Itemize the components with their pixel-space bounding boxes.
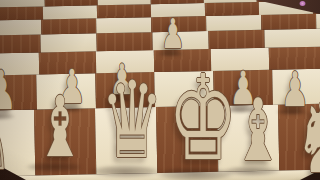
square-d4[interactable] bbox=[96, 32, 152, 51]
square-g5[interactable] bbox=[262, 14, 317, 30]
white-bishop-c1[interactable]: ♝ bbox=[35, 85, 85, 169]
square-c6[interactable] bbox=[43, 5, 97, 19]
white-king-e1[interactable]: ♚ bbox=[168, 59, 238, 177]
white-knight-g1[interactable]: ♞ bbox=[295, 91, 320, 180]
square-c7[interactable] bbox=[44, 0, 97, 6]
white-knight-b1[interactable]: ♞ bbox=[0, 95, 13, 180]
square-c4[interactable] bbox=[40, 33, 96, 52]
white-queen-d1[interactable]: ♛ bbox=[101, 68, 164, 174]
square-b6[interactable] bbox=[0, 6, 43, 20]
square-b5[interactable] bbox=[0, 19, 42, 35]
square-b7[interactable] bbox=[0, 0, 44, 8]
square-g4[interactable] bbox=[264, 29, 320, 48]
square-d5[interactable] bbox=[97, 17, 152, 33]
square-d6[interactable] bbox=[97, 4, 151, 18]
pink-artifact-dot bbox=[299, 1, 306, 6]
square-f5[interactable] bbox=[207, 15, 262, 31]
square-b4[interactable] bbox=[0, 34, 41, 53]
white-bishop-f1[interactable]: ♝ bbox=[233, 87, 284, 173]
square-h5[interactable] bbox=[316, 13, 320, 29]
chessboard-photo: ♞♝♛♚♝♞♟♟♟♟♟♟ bbox=[0, 0, 320, 180]
square-f6[interactable] bbox=[205, 2, 259, 16]
square-f4[interactable] bbox=[208, 30, 264, 49]
square-c5[interactable] bbox=[42, 18, 97, 34]
